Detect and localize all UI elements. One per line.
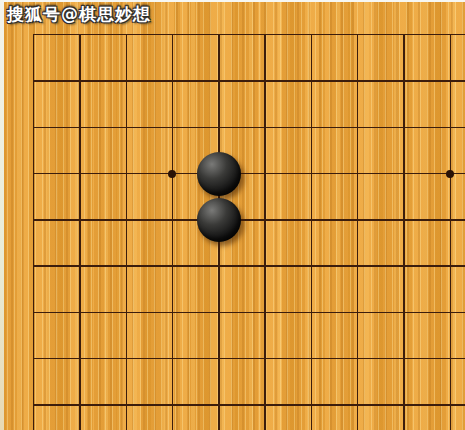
star-point [446,170,454,178]
star-point [168,170,176,178]
left-edge-strip [0,0,4,430]
go-board-screenshot: 搜狐号@棋思妙想 [0,0,465,430]
black-stone-E15 [197,198,241,242]
black-stone-E16 [197,152,241,196]
go-board [10,12,465,429]
top-edge-strip [0,0,465,2]
watermark-text: 搜狐号@棋思妙想 [7,3,151,26]
